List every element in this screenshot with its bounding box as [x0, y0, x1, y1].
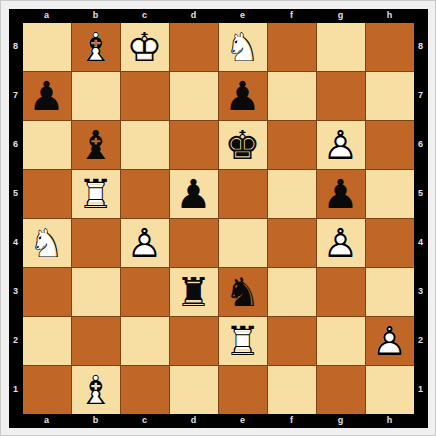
white-rook-icon: ♜♖: [72, 170, 120, 218]
square-c2[interactable]: [121, 317, 169, 365]
square-a5[interactable]: [23, 170, 71, 218]
file-label-e: e: [219, 414, 267, 428]
square-b2[interactable]: [72, 317, 120, 365]
square-h3[interactable]: [366, 268, 414, 316]
file-label-a: a: [23, 414, 71, 428]
file-label-e: e: [219, 9, 267, 23]
square-g2[interactable]: [317, 317, 365, 365]
rank-label-6: 6: [9, 121, 23, 169]
chess-board: ♝♗♚♔♞♘♟♟♝♚♟♙♜♖♟♟♞♘♟♙♟♙♜♞♜♖♟♙♝♗: [23, 23, 414, 414]
square-b8[interactable]: ♝♗: [72, 23, 120, 71]
square-f3[interactable]: [268, 268, 316, 316]
square-f1[interactable]: [268, 366, 316, 414]
rank-labels-left: 87654321: [9, 23, 23, 414]
file-label-g: g: [317, 414, 365, 428]
file-labels-bottom: abcdefgh: [23, 414, 414, 428]
square-h7[interactable]: [366, 72, 414, 120]
square-e2[interactable]: ♜♖: [219, 317, 267, 365]
square-g3[interactable]: [317, 268, 365, 316]
rank-label-3: 3: [9, 268, 23, 316]
black-king-icon: ♚: [219, 121, 267, 169]
square-a2[interactable]: [23, 317, 71, 365]
square-c4[interactable]: ♟♙: [121, 219, 169, 267]
rank-label-4: 4: [414, 219, 428, 267]
square-b5[interactable]: ♜♖: [72, 170, 120, 218]
square-d8[interactable]: [170, 23, 218, 71]
square-f6[interactable]: [268, 121, 316, 169]
square-f5[interactable]: [268, 170, 316, 218]
file-label-h: h: [366, 9, 414, 23]
square-e6[interactable]: ♚: [219, 121, 267, 169]
square-a8[interactable]: [23, 23, 71, 71]
rank-label-2: 2: [9, 317, 23, 365]
white-knight-icon: ♞♘: [219, 23, 267, 71]
white-king-icon: ♚♔: [121, 23, 169, 71]
square-f7[interactable]: [268, 72, 316, 120]
file-label-a: a: [23, 9, 71, 23]
file-label-c: c: [121, 9, 169, 23]
square-e7[interactable]: ♟: [219, 72, 267, 120]
square-g4[interactable]: ♟♙: [317, 219, 365, 267]
square-c6[interactable]: [121, 121, 169, 169]
square-h8[interactable]: [366, 23, 414, 71]
white-bishop-icon: ♝♗: [72, 366, 120, 414]
square-b1[interactable]: ♝♗: [72, 366, 120, 414]
rank-label-7: 7: [9, 72, 23, 120]
square-h2[interactable]: ♟♙: [366, 317, 414, 365]
square-c5[interactable]: [121, 170, 169, 218]
rank-label-7: 7: [414, 72, 428, 120]
black-pawn-icon: ♟: [170, 170, 218, 218]
square-a4[interactable]: ♞♘: [23, 219, 71, 267]
black-rook-icon: ♜: [170, 268, 218, 316]
chess-app-page: abcdefgh 87654321 ♝♗♚♔♞♘♟♟♝♚♟♙♜♖♟♟♞♘♟♙♟♙…: [0, 0, 436, 436]
file-label-d: d: [170, 9, 218, 23]
square-d5[interactable]: ♟: [170, 170, 218, 218]
white-pawn-icon: ♟♙: [317, 219, 365, 267]
black-bishop-icon: ♝: [72, 121, 120, 169]
square-c3[interactable]: [121, 268, 169, 316]
square-e3[interactable]: ♞: [219, 268, 267, 316]
square-e5[interactable]: [219, 170, 267, 218]
square-e1[interactable]: [219, 366, 267, 414]
square-c7[interactable]: [121, 72, 169, 120]
rank-label-6: 6: [414, 121, 428, 169]
file-label-h: h: [366, 414, 414, 428]
square-a6[interactable]: [23, 121, 71, 169]
square-h5[interactable]: [366, 170, 414, 218]
square-b4[interactable]: [72, 219, 120, 267]
file-labels-top: abcdefgh: [23, 9, 414, 23]
file-label-b: b: [72, 9, 120, 23]
black-pawn-icon: ♟: [23, 72, 71, 120]
white-rook-icon: ♜♖: [219, 317, 267, 365]
rank-label-8: 8: [9, 23, 23, 71]
rank-label-3: 3: [414, 268, 428, 316]
square-g5[interactable]: ♟: [317, 170, 365, 218]
square-g7[interactable]: [317, 72, 365, 120]
square-d3[interactable]: ♜: [170, 268, 218, 316]
white-pawn-icon: ♟♙: [317, 121, 365, 169]
black-knight-icon: ♞: [219, 268, 267, 316]
square-h4[interactable]: [366, 219, 414, 267]
file-label-g: g: [317, 9, 365, 23]
square-c1[interactable]: [121, 366, 169, 414]
file-label-f: f: [268, 9, 316, 23]
black-pawn-icon: ♟: [219, 72, 267, 120]
white-bishop-icon: ♝♗: [72, 23, 120, 71]
square-b7[interactable]: [72, 72, 120, 120]
square-f2[interactable]: [268, 317, 316, 365]
square-h6[interactable]: [366, 121, 414, 169]
board-frame: abcdefgh 87654321 ♝♗♚♔♞♘♟♟♝♚♟♙♜♖♟♟♞♘♟♙♟♙…: [9, 9, 428, 428]
rank-label-8: 8: [414, 23, 428, 71]
rank-label-2: 2: [414, 317, 428, 365]
black-pawn-icon: ♟: [317, 170, 365, 218]
rank-label-1: 1: [414, 366, 428, 414]
rank-label-5: 5: [9, 170, 23, 218]
square-d1[interactable]: [170, 366, 218, 414]
square-a1[interactable]: [23, 366, 71, 414]
rank-label-4: 4: [9, 219, 23, 267]
white-knight-icon: ♞♘: [23, 219, 71, 267]
square-a7[interactable]: ♟: [23, 72, 71, 120]
square-c8[interactable]: ♚♔: [121, 23, 169, 71]
square-g6[interactable]: ♟♙: [317, 121, 365, 169]
rank-label-1: 1: [9, 366, 23, 414]
square-e8[interactable]: ♞♘: [219, 23, 267, 71]
file-label-d: d: [170, 414, 218, 428]
file-label-f: f: [268, 414, 316, 428]
file-label-c: c: [121, 414, 169, 428]
square-d7[interactable]: [170, 72, 218, 120]
square-a3[interactable]: [23, 268, 71, 316]
rank-label-5: 5: [414, 170, 428, 218]
square-d6[interactable]: [170, 121, 218, 169]
square-g8[interactable]: [317, 23, 365, 71]
square-f4[interactable]: [268, 219, 316, 267]
rank-labels-right: 87654321: [414, 23, 428, 414]
square-d4[interactable]: [170, 219, 218, 267]
square-b3[interactable]: [72, 268, 120, 316]
square-h1[interactable]: [366, 366, 414, 414]
square-g1[interactable]: [317, 366, 365, 414]
file-label-b: b: [72, 414, 120, 428]
white-pawn-icon: ♟♙: [366, 317, 414, 365]
square-d2[interactable]: [170, 317, 218, 365]
square-f8[interactable]: [268, 23, 316, 71]
white-pawn-icon: ♟♙: [121, 219, 169, 267]
square-b6[interactable]: ♝: [72, 121, 120, 169]
square-e4[interactable]: [219, 219, 267, 267]
